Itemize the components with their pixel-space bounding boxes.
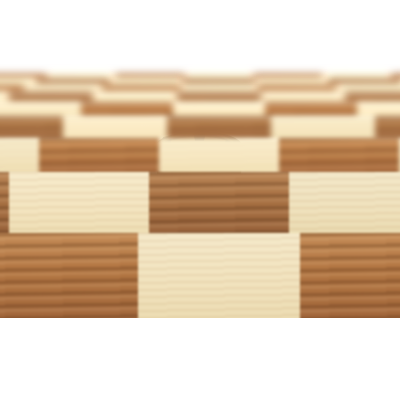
dark-square: [0, 233, 138, 318]
dark-square: [300, 233, 400, 318]
board-row: [0, 172, 400, 236]
light-square: [9, 172, 149, 236]
dark-square: [149, 172, 289, 236]
board-row-strip: [0, 172, 400, 236]
board-row: [0, 138, 400, 175]
white-crop-band: [0, 318, 400, 400]
light-square: [138, 233, 300, 318]
board-row-strip: [0, 233, 400, 318]
product-photo-scene: [0, 0, 400, 400]
light-square: [289, 172, 400, 236]
dark-square: [39, 138, 159, 175]
light-square: [0, 138, 39, 175]
board-row-strip: [0, 138, 400, 175]
dark-square: [0, 172, 9, 236]
board-row: [0, 233, 400, 318]
dark-square: [279, 138, 399, 175]
light-square: [159, 138, 279, 175]
